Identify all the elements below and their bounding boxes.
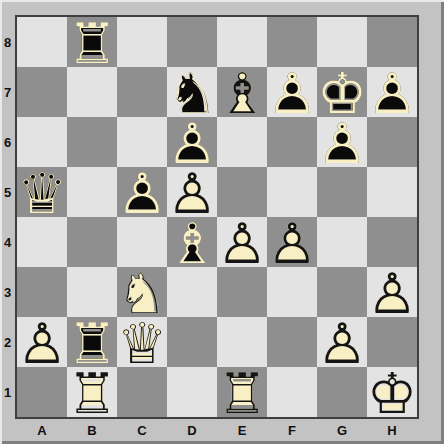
rank-label-4: 4 bbox=[0, 217, 15, 267]
white-rook-outline-icon: ♖ bbox=[67, 366, 117, 422]
white-bishop-outline-icon: ♗ bbox=[217, 66, 267, 122]
white-rook-icon: ♜ bbox=[67, 366, 117, 422]
rank-label-7: 7 bbox=[0, 67, 15, 117]
square-h6[interactable] bbox=[367, 117, 417, 167]
black-rook-outline-icon: ♖ bbox=[67, 316, 117, 372]
white-knight-icon: ♞ bbox=[117, 266, 167, 322]
black-bishop-icon: ♝ bbox=[167, 216, 217, 272]
rank-label-1: 1 bbox=[0, 367, 15, 417]
white-pawn-outline-icon: ♙ bbox=[317, 316, 367, 372]
square-f3[interactable] bbox=[267, 267, 317, 317]
file-label-e: E bbox=[217, 419, 267, 441]
square-b4[interactable] bbox=[67, 217, 117, 267]
square-h3[interactable]: ♟♙ bbox=[367, 267, 417, 317]
piece-white-pawn-a2[interactable]: ♟♙ bbox=[17, 317, 67, 367]
piece-black-pawn-c5[interactable]: ♟♙ bbox=[117, 167, 167, 217]
file-label-c: C bbox=[117, 419, 167, 441]
white-pawn-outline-icon: ♙ bbox=[17, 316, 67, 372]
black-pawn-icon: ♟ bbox=[117, 166, 167, 222]
square-c5[interactable]: ♟♙ bbox=[117, 167, 167, 217]
square-c7[interactable] bbox=[117, 67, 167, 117]
black-pawn-outline-icon: ♙ bbox=[167, 116, 217, 172]
rank-label-5: 5 bbox=[0, 167, 15, 217]
square-e1[interactable]: ♜♖ bbox=[217, 367, 267, 417]
square-g7[interactable]: ♚♔ bbox=[317, 67, 367, 117]
file-label-d: D bbox=[167, 419, 217, 441]
square-a4[interactable] bbox=[17, 217, 67, 267]
piece-black-bishop-d4[interactable]: ♝♗ bbox=[167, 217, 217, 267]
square-d5[interactable]: ♟♙ bbox=[167, 167, 217, 217]
square-a7[interactable] bbox=[17, 67, 67, 117]
piece-white-knight-c3[interactable]: ♞♘ bbox=[117, 267, 167, 317]
piece-white-rook-b1[interactable]: ♜♖ bbox=[67, 367, 117, 417]
white-rook-outline-icon: ♖ bbox=[217, 366, 267, 422]
square-f4[interactable]: ♟♙ bbox=[267, 217, 317, 267]
rank-label-8: 8 bbox=[0, 17, 15, 67]
square-c1[interactable] bbox=[117, 367, 167, 417]
piece-white-pawn-d5[interactable]: ♟♙ bbox=[167, 167, 217, 217]
square-a3[interactable] bbox=[17, 267, 67, 317]
piece-black-rook-b2[interactable]: ♜♖ bbox=[67, 317, 117, 367]
square-c6[interactable] bbox=[117, 117, 167, 167]
square-c8[interactable] bbox=[117, 17, 167, 67]
file-label-h: H bbox=[367, 419, 417, 441]
square-g3[interactable] bbox=[317, 267, 367, 317]
piece-black-king-g7[interactable]: ♚♔ bbox=[317, 67, 367, 117]
white-queen-icon: ♛ bbox=[117, 316, 167, 372]
file-label-f: F bbox=[267, 419, 317, 441]
square-d6[interactable]: ♟♙ bbox=[167, 117, 217, 167]
black-knight-icon: ♞ bbox=[167, 66, 217, 122]
square-g8[interactable] bbox=[317, 17, 367, 67]
square-c2[interactable]: ♛♕ bbox=[117, 317, 167, 367]
white-knight-outline-icon: ♘ bbox=[117, 266, 167, 322]
piece-white-bishop-e7[interactable]: ♝♗ bbox=[217, 67, 267, 117]
square-d8[interactable] bbox=[167, 17, 217, 67]
piece-black-queen-a5[interactable]: ♛♕ bbox=[17, 167, 67, 217]
white-pawn-outline-icon: ♙ bbox=[217, 216, 267, 272]
square-g4[interactable] bbox=[317, 217, 367, 267]
black-pawn-icon: ♟ bbox=[167, 116, 217, 172]
black-pawn-icon: ♟ bbox=[267, 66, 317, 122]
square-f6[interactable] bbox=[267, 117, 317, 167]
piece-white-pawn-e4[interactable]: ♟♙ bbox=[217, 217, 267, 267]
white-bishop-icon: ♝ bbox=[217, 66, 267, 122]
black-queen-outline-icon: ♕ bbox=[17, 166, 67, 222]
black-pawn-outline-icon: ♙ bbox=[117, 166, 167, 222]
square-b5[interactable] bbox=[67, 167, 117, 217]
square-f2[interactable] bbox=[267, 317, 317, 367]
white-pawn-outline-icon: ♙ bbox=[267, 216, 317, 272]
square-h5[interactable] bbox=[367, 167, 417, 217]
white-pawn-icon: ♟ bbox=[267, 216, 317, 272]
piece-white-pawn-h3[interactable]: ♟♙ bbox=[367, 267, 417, 317]
black-pawn-outline-icon: ♙ bbox=[267, 66, 317, 122]
diagram-frame: ♜♖♞♘♝♗♟♙♚♔♟♙♟♙♟♙♛♕♟♙♟♙♝♗♟♙♟♙♞♘♟♙♟♙♜♖♛♕♟♙… bbox=[0, 0, 444, 444]
square-a5[interactable]: ♛♕ bbox=[17, 167, 67, 217]
square-b2[interactable]: ♜♖ bbox=[67, 317, 117, 367]
square-a1[interactable] bbox=[17, 367, 67, 417]
piece-white-rook-e1[interactable]: ♜♖ bbox=[217, 367, 267, 417]
square-h1[interactable]: ♚♔ bbox=[367, 367, 417, 417]
square-a2[interactable]: ♟♙ bbox=[17, 317, 67, 367]
square-a8[interactable] bbox=[17, 17, 67, 67]
white-pawn-icon: ♟ bbox=[217, 216, 267, 272]
square-c4[interactable] bbox=[117, 217, 167, 267]
square-d1[interactable] bbox=[167, 367, 217, 417]
piece-white-pawn-f4[interactable]: ♟♙ bbox=[267, 217, 317, 267]
white-pawn-icon: ♟ bbox=[317, 316, 367, 372]
piece-black-pawn-f7[interactable]: ♟♙ bbox=[267, 67, 317, 117]
square-d2[interactable] bbox=[167, 317, 217, 367]
square-e8[interactable] bbox=[217, 17, 267, 67]
square-b7[interactable] bbox=[67, 67, 117, 117]
black-king-outline-icon: ♔ bbox=[317, 66, 367, 122]
black-bishop-outline-icon: ♗ bbox=[167, 216, 217, 272]
piece-black-pawn-d6[interactable]: ♟♙ bbox=[167, 117, 217, 167]
white-pawn-icon: ♟ bbox=[367, 266, 417, 322]
white-pawn-icon: ♟ bbox=[17, 316, 67, 372]
black-queen-icon: ♛ bbox=[17, 166, 67, 222]
square-d4[interactable]: ♝♗ bbox=[167, 217, 217, 267]
square-g2[interactable]: ♟♙ bbox=[317, 317, 367, 367]
rank-label-3: 3 bbox=[0, 267, 15, 317]
piece-white-king-h1[interactable]: ♚♔ bbox=[367, 367, 417, 417]
black-king-icon: ♚ bbox=[317, 66, 367, 122]
white-king-icon: ♚ bbox=[367, 366, 417, 422]
file-label-b: B bbox=[67, 419, 117, 441]
square-f1[interactable] bbox=[267, 367, 317, 417]
square-h4[interactable] bbox=[367, 217, 417, 267]
square-e4[interactable]: ♟♙ bbox=[217, 217, 267, 267]
square-h8[interactable] bbox=[367, 17, 417, 67]
black-knight-outline-icon: ♘ bbox=[167, 66, 217, 122]
piece-black-rook-b8[interactable]: ♜♖ bbox=[67, 17, 117, 67]
piece-black-pawn-g6[interactable]: ♟♙ bbox=[317, 117, 367, 167]
rank-label-2: 2 bbox=[0, 317, 15, 367]
square-f8[interactable] bbox=[267, 17, 317, 67]
rank-label-6: 6 bbox=[0, 117, 15, 167]
black-rook-outline-icon: ♖ bbox=[67, 16, 117, 72]
square-b6[interactable] bbox=[67, 117, 117, 167]
square-d7[interactable]: ♞♘ bbox=[167, 67, 217, 117]
square-g6[interactable]: ♟♙ bbox=[317, 117, 367, 167]
square-e6[interactable] bbox=[217, 117, 267, 167]
white-pawn-outline-icon: ♙ bbox=[167, 166, 217, 222]
square-e2[interactable] bbox=[217, 317, 267, 367]
black-pawn-outline-icon: ♙ bbox=[317, 116, 367, 172]
square-b3[interactable] bbox=[67, 267, 117, 317]
square-g1[interactable] bbox=[317, 367, 367, 417]
black-pawn-outline-icon: ♙ bbox=[367, 66, 417, 122]
square-h2[interactable] bbox=[367, 317, 417, 367]
piece-white-pawn-g2[interactable]: ♟♙ bbox=[317, 317, 367, 367]
square-b1[interactable]: ♜♖ bbox=[67, 367, 117, 417]
black-pawn-icon: ♟ bbox=[367, 66, 417, 122]
square-f5[interactable] bbox=[267, 167, 317, 217]
square-d3[interactable] bbox=[167, 267, 217, 317]
black-rook-icon: ♜ bbox=[67, 16, 117, 72]
square-e7[interactable]: ♝♗ bbox=[217, 67, 267, 117]
white-king-outline-icon: ♔ bbox=[367, 366, 417, 422]
chess-board: ♜♖♞♘♝♗♟♙♚♔♟♙♟♙♟♙♛♕♟♙♟♙♝♗♟♙♟♙♞♘♟♙♟♙♜♖♛♕♟♙… bbox=[15, 15, 419, 419]
square-h7[interactable]: ♟♙ bbox=[367, 67, 417, 117]
black-pawn-icon: ♟ bbox=[317, 116, 367, 172]
piece-black-knight-d7[interactable]: ♞♘ bbox=[167, 67, 217, 117]
square-c3[interactable]: ♞♘ bbox=[117, 267, 167, 317]
piece-white-queen-c2[interactable]: ♛♕ bbox=[117, 317, 167, 367]
square-e5[interactable] bbox=[217, 167, 267, 217]
square-a6[interactable] bbox=[17, 117, 67, 167]
square-b8[interactable]: ♜♖ bbox=[67, 17, 117, 67]
piece-black-pawn-h7[interactable]: ♟♙ bbox=[367, 67, 417, 117]
white-pawn-icon: ♟ bbox=[167, 166, 217, 222]
file-label-g: G bbox=[317, 419, 367, 441]
white-queen-outline-icon: ♕ bbox=[117, 316, 167, 372]
white-rook-icon: ♜ bbox=[217, 366, 267, 422]
square-e3[interactable] bbox=[217, 267, 267, 317]
black-rook-icon: ♜ bbox=[67, 316, 117, 372]
square-f7[interactable]: ♟♙ bbox=[267, 67, 317, 117]
file-label-a: A bbox=[17, 419, 67, 441]
square-g5[interactable] bbox=[317, 167, 367, 217]
white-pawn-outline-icon: ♙ bbox=[367, 266, 417, 322]
